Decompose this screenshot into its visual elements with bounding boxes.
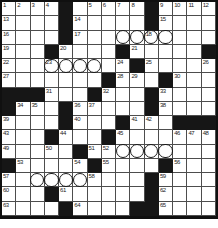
cell-r10c10[interactable] xyxy=(130,130,144,144)
cell-r14c13[interactable] xyxy=(173,187,187,201)
cell-r10c11[interactable] xyxy=(145,130,159,144)
cell-r15c2[interactable] xyxy=(16,202,30,216)
clue-number: 4 xyxy=(46,2,49,9)
black-cell-r15c11 xyxy=(145,202,159,216)
black-cell-r7c3 xyxy=(31,88,45,102)
cell-r10c5[interactable]: 44 xyxy=(59,130,73,144)
clue-number: 57 xyxy=(3,173,9,180)
clue-number: 26 xyxy=(203,59,209,66)
cell-r14c10[interactable] xyxy=(130,187,144,201)
clue-number: 12 xyxy=(203,2,209,9)
cell-r13c8[interactable] xyxy=(102,173,116,187)
cell-r3c8[interactable] xyxy=(102,31,116,45)
circle-marker xyxy=(59,59,73,73)
cell-r10c12[interactable] xyxy=(159,130,173,144)
circle-marker xyxy=(73,59,87,73)
black-cell-r4c15 xyxy=(202,45,216,59)
cell-r12c6[interactable]: 54 xyxy=(73,159,87,173)
cell-r3c13[interactable] xyxy=(173,31,187,45)
circle-marker xyxy=(116,30,130,44)
black-cell-r12c7 xyxy=(88,159,102,173)
clue-number: 9 xyxy=(160,2,163,9)
cell-r3c10[interactable] xyxy=(130,31,144,45)
cell-r11c4[interactable]: 50 xyxy=(45,145,59,159)
cell-r14c9[interactable] xyxy=(116,187,130,201)
black-cell-r12c12 xyxy=(159,159,173,173)
clue-number: 15 xyxy=(160,16,166,23)
cell-r10c3[interactable] xyxy=(31,130,45,144)
cell-r7c12[interactable]: 33 xyxy=(159,88,173,102)
clue-number: 39 xyxy=(3,116,9,123)
cell-r15c4[interactable] xyxy=(45,202,59,216)
black-cell-r7c11 xyxy=(145,88,159,102)
clue-number: 42 xyxy=(146,116,152,123)
cell-r10c7[interactable] xyxy=(88,130,102,144)
bottom-margin xyxy=(0,219,218,228)
clue-number: 36 xyxy=(74,102,80,109)
cell-r6c11[interactable] xyxy=(145,73,159,87)
circle-marker xyxy=(158,144,172,158)
cell-r4c6[interactable] xyxy=(73,45,87,59)
clue-number: 28 xyxy=(117,73,123,80)
cell-r5c15[interactable]: 26 xyxy=(202,59,216,73)
cell-r14c1[interactable]: 60 xyxy=(2,187,16,201)
clue-number: 14 xyxy=(74,16,80,23)
cell-r12c8[interactable]: 55 xyxy=(102,159,116,173)
cell-r8c4[interactable] xyxy=(45,102,59,116)
black-cell-r9c13 xyxy=(173,116,187,130)
cell-r8c12[interactable]: 38 xyxy=(159,102,173,116)
cell-r7c4[interactable]: 31 xyxy=(45,88,59,102)
clue-number: 10 xyxy=(174,2,180,9)
circle-marker xyxy=(30,173,44,187)
cell-r10c15[interactable]: 48 xyxy=(202,130,216,144)
cell-r11c1[interactable]: 49 xyxy=(2,145,16,159)
cell-r13c12[interactable]: 59 xyxy=(159,173,173,187)
cell-r6c3[interactable] xyxy=(31,73,45,87)
cell-r8c14[interactable] xyxy=(187,102,201,116)
cell-r12c14[interactable] xyxy=(187,159,201,173)
cell-r11c10[interactable] xyxy=(130,145,144,159)
cell-r5c11[interactable]: 25 xyxy=(145,59,159,73)
clue-number: 3 xyxy=(32,2,35,9)
cell-r1c2[interactable]: 2 xyxy=(16,2,30,16)
black-cell-r6c12 xyxy=(159,73,173,87)
clue-number: 20 xyxy=(60,45,66,52)
cell-r12c11[interactable] xyxy=(145,159,159,173)
cell-r15c14[interactable] xyxy=(187,202,201,216)
black-cell-r5c10 xyxy=(130,59,144,73)
clue-number: 2 xyxy=(17,2,20,9)
cell-r14c12[interactable]: 62 xyxy=(159,187,173,201)
cell-r2c10[interactable] xyxy=(130,16,144,30)
clue-number: 8 xyxy=(131,2,134,9)
black-cell-r7c2 xyxy=(16,88,30,102)
clue-number: 43 xyxy=(3,130,9,137)
cell-r3c3[interactable] xyxy=(31,31,45,45)
black-cell-r4c9 xyxy=(116,45,130,59)
cell-r4c5[interactable]: 20 xyxy=(59,45,73,59)
cell-r5c1[interactable]: 22 xyxy=(2,59,16,73)
black-cell-r3c5 xyxy=(59,31,73,45)
cell-r1c14[interactable]: 11 xyxy=(187,2,201,16)
cell-r12c9[interactable] xyxy=(116,159,130,173)
clue-number: 51 xyxy=(89,145,95,152)
cell-r4c2[interactable] xyxy=(16,45,30,59)
clue-number: 65 xyxy=(160,202,166,209)
cell-r1c13[interactable]: 10 xyxy=(173,2,187,16)
black-cell-r8c5 xyxy=(59,102,73,116)
cell-r11c7[interactable]: 51 xyxy=(88,145,102,159)
cell-r2c2[interactable] xyxy=(16,16,30,30)
black-cell-r7c1 xyxy=(2,88,16,102)
cell-r2c9[interactable] xyxy=(116,16,130,30)
cell-r4c13[interactable] xyxy=(173,45,187,59)
clue-number: 64 xyxy=(74,202,80,209)
cell-r6c14[interactable] xyxy=(187,73,201,87)
clue-number: 47 xyxy=(188,130,194,137)
cell-r5c2[interactable] xyxy=(16,59,30,73)
cell-r14c3[interactable] xyxy=(31,187,45,201)
clue-number: 41 xyxy=(131,116,137,123)
black-cell-r8c11 xyxy=(145,102,159,116)
clue-number: 19 xyxy=(3,45,9,52)
cell-r11c9[interactable] xyxy=(116,145,130,159)
black-cell-r9c9 xyxy=(116,116,130,130)
clue-number: 34 xyxy=(17,102,23,109)
clue-number: 61 xyxy=(60,187,66,194)
black-cell-r15c5 xyxy=(59,202,73,216)
cell-r15c13[interactable] xyxy=(173,202,187,216)
cell-r6c10[interactable]: 29 xyxy=(130,73,144,87)
circle-marker xyxy=(59,173,73,187)
circle-marker xyxy=(130,30,144,44)
cell-r9c1[interactable]: 39 xyxy=(2,116,16,130)
cell-r15c15[interactable] xyxy=(202,202,216,216)
cell-r9c7[interactable] xyxy=(88,116,102,130)
cell-r14c7[interactable] xyxy=(88,187,102,201)
cell-r1c15[interactable]: 12 xyxy=(202,2,216,16)
cell-r12c13[interactable]: 56 xyxy=(173,159,187,173)
cell-r15c1[interactable]: 63 xyxy=(2,202,16,216)
cell-r4c12[interactable] xyxy=(159,45,173,59)
clue-number: 17 xyxy=(74,31,80,38)
clue-number: 32 xyxy=(103,88,109,95)
cell-r5c3[interactable] xyxy=(31,59,45,73)
cell-r8c7[interactable]: 37 xyxy=(88,102,102,116)
cell-r7c6[interactable] xyxy=(73,88,87,102)
circle-marker xyxy=(158,30,172,44)
cell-r15c9[interactable] xyxy=(116,202,130,216)
cell-r5c4[interactable]: 23 xyxy=(45,59,59,73)
cell-r9c3[interactable] xyxy=(31,116,45,130)
cell-r3c2[interactable] xyxy=(16,31,30,45)
cell-r6c2[interactable] xyxy=(16,73,30,87)
cell-r1c6[interactable] xyxy=(73,2,87,16)
cell-r6c6[interactable] xyxy=(73,73,87,87)
cell-r11c8[interactable]: 52 xyxy=(102,145,116,159)
cell-r4c7[interactable] xyxy=(88,45,102,59)
cell-r3c11[interactable]: 18 xyxy=(145,31,159,45)
clue-number: 44 xyxy=(60,130,66,137)
cell-r11c12[interactable] xyxy=(159,145,173,159)
cell-r13c13[interactable] xyxy=(173,173,187,187)
cell-r5c5[interactable] xyxy=(59,59,73,73)
cell-r2c8[interactable] xyxy=(102,16,116,30)
cell-r9c12[interactable] xyxy=(159,116,173,130)
black-cell-r1c5 xyxy=(59,2,73,16)
cell-r11c11[interactable] xyxy=(145,145,159,159)
cell-r13c14[interactable] xyxy=(187,173,201,187)
cell-r10c13[interactable]: 46 xyxy=(173,130,187,144)
clue-number: 60 xyxy=(3,187,9,194)
cell-r7c15[interactable] xyxy=(202,88,216,102)
clue-number: 1 xyxy=(3,2,6,9)
cell-r9c10[interactable]: 41 xyxy=(130,116,144,130)
cell-r13c15[interactable] xyxy=(202,173,216,187)
cell-r7c8[interactable]: 32 xyxy=(102,88,116,102)
cell-r12c5[interactable] xyxy=(59,159,73,173)
cell-r5c14[interactable] xyxy=(187,59,201,73)
clue-number: 54 xyxy=(74,159,80,166)
black-cell-r9c5 xyxy=(59,116,73,130)
cell-r11c14[interactable] xyxy=(187,145,201,159)
clue-number: 40 xyxy=(74,116,80,123)
cell-r14c6[interactable] xyxy=(73,187,87,201)
cell-r10c14[interactable]: 47 xyxy=(187,130,201,144)
clue-number: 5 xyxy=(89,2,92,9)
cell-r3c4[interactable] xyxy=(45,31,59,45)
clue-number: 48 xyxy=(203,130,209,137)
cell-r12c10[interactable] xyxy=(130,159,144,173)
cell-r1c4[interactable]: 4 xyxy=(45,2,59,16)
cell-r4c11[interactable] xyxy=(145,45,159,59)
clue-number: 55 xyxy=(103,159,109,166)
black-cell-r9c15 xyxy=(202,116,216,130)
cell-r6c4[interactable] xyxy=(45,73,59,87)
cell-r3c14[interactable] xyxy=(187,31,201,45)
circle-marker xyxy=(73,173,87,187)
cell-r8c6[interactable]: 36 xyxy=(73,102,87,116)
black-cell-r8c1 xyxy=(2,102,16,116)
clue-number: 29 xyxy=(131,73,137,80)
cell-r6c13[interactable]: 30 xyxy=(173,73,187,87)
clue-number: 52 xyxy=(103,145,109,152)
black-cell-r14c11 xyxy=(145,187,159,201)
cell-r5c13[interactable] xyxy=(173,59,187,73)
cell-r2c12[interactable]: 15 xyxy=(159,16,173,30)
cell-r5c9[interactable]: 24 xyxy=(116,59,130,73)
cell-r4c1[interactable]: 19 xyxy=(2,45,16,59)
clue-number: 13 xyxy=(3,16,9,23)
cell-r14c2[interactable] xyxy=(16,187,30,201)
cell-r13c9[interactable] xyxy=(116,173,130,187)
cell-r6c1[interactable]: 27 xyxy=(2,73,16,87)
cell-r15c12[interactable]: 65 xyxy=(159,202,173,216)
cell-r5c6[interactable] xyxy=(73,59,87,73)
clue-number: 46 xyxy=(174,130,180,137)
cell-r10c6[interactable] xyxy=(73,130,87,144)
cell-r7c10[interactable] xyxy=(130,88,144,102)
cell-r2c6[interactable]: 14 xyxy=(73,16,87,30)
cell-r9c4[interactable] xyxy=(45,116,59,130)
cell-r14c14[interactable] xyxy=(187,187,201,201)
clue-number: 62 xyxy=(160,187,166,194)
cell-r4c8[interactable] xyxy=(102,45,116,59)
clue-number: 56 xyxy=(174,159,180,166)
cell-r10c2[interactable] xyxy=(16,130,30,144)
black-cell-r14c4 xyxy=(45,187,59,201)
cell-r4c10[interactable]: 21 xyxy=(130,45,144,59)
cell-r10c1[interactable]: 43 xyxy=(2,130,16,144)
cell-r8c8[interactable] xyxy=(102,102,116,116)
cell-r3c7[interactable] xyxy=(88,31,102,45)
cell-r15c8[interactable] xyxy=(102,202,116,216)
cell-r7c13[interactable] xyxy=(173,88,187,102)
cell-r13c3[interactable] xyxy=(31,173,45,187)
clue-number: 59 xyxy=(160,173,166,180)
cell-r12c15[interactable] xyxy=(202,159,216,173)
cell-r11c5[interactable] xyxy=(59,145,73,159)
clue-number: 24 xyxy=(117,59,123,66)
black-cell-r2c5 xyxy=(59,16,73,30)
clue-number: 21 xyxy=(131,45,137,52)
cell-r12c4[interactable] xyxy=(45,159,59,173)
clue-number: 27 xyxy=(3,73,9,80)
black-cell-r6c8 xyxy=(102,73,116,87)
circle-marker xyxy=(116,144,130,158)
cell-r12c3[interactable] xyxy=(31,159,45,173)
cell-r4c3[interactable] xyxy=(31,45,45,59)
black-cell-r9c14 xyxy=(187,116,201,130)
cell-r12c2[interactable]: 53 xyxy=(16,159,30,173)
cell-r13c6[interactable] xyxy=(73,173,87,187)
cell-r6c9[interactable]: 28 xyxy=(116,73,130,87)
cell-r11c3[interactable] xyxy=(31,145,45,159)
clue-number: 35 xyxy=(32,102,38,109)
black-cell-r10c8 xyxy=(102,130,116,144)
cell-r2c3[interactable] xyxy=(31,16,45,30)
cell-r8c9[interactable] xyxy=(116,102,130,116)
cell-r2c7[interactable] xyxy=(88,16,102,30)
cell-r5c7[interactable] xyxy=(88,59,102,73)
cell-r14c8[interactable] xyxy=(102,187,116,201)
cell-r13c4[interactable] xyxy=(45,173,59,187)
cell-r6c5[interactable] xyxy=(59,73,73,87)
cell-r13c1[interactable]: 57 xyxy=(2,173,16,187)
cell-r11c15[interactable] xyxy=(202,145,216,159)
circle-marker xyxy=(44,173,58,187)
cell-r2c14[interactable] xyxy=(187,16,201,30)
clue-number: 33 xyxy=(160,88,166,95)
clue-number: 49 xyxy=(3,145,9,152)
cell-r11c13[interactable] xyxy=(173,145,187,159)
cell-r1c3[interactable]: 3 xyxy=(31,2,45,16)
clue-number: 11 xyxy=(188,2,193,9)
cell-r9c2[interactable] xyxy=(16,116,30,130)
clue-number: 23 xyxy=(46,59,52,66)
cell-r15c3[interactable] xyxy=(31,202,45,216)
cell-r5c8[interactable] xyxy=(102,59,116,73)
cell-r15c6[interactable]: 64 xyxy=(73,202,87,216)
cell-r7c9[interactable] xyxy=(116,88,130,102)
cell-r8c2[interactable]: 34 xyxy=(16,102,30,116)
cell-r2c13[interactable] xyxy=(173,16,187,30)
cell-r1c10[interactable]: 8 xyxy=(130,2,144,16)
cell-r1c12[interactable]: 9 xyxy=(159,2,173,16)
clue-number: 53 xyxy=(17,159,23,166)
black-cell-r7c7 xyxy=(88,88,102,102)
cell-r3c12[interactable] xyxy=(159,31,173,45)
cell-r7c5[interactable] xyxy=(59,88,73,102)
black-cell-r10c4 xyxy=(45,130,59,144)
cell-r8c10[interactable] xyxy=(130,102,144,116)
cell-r3c6[interactable]: 17 xyxy=(73,31,87,45)
cell-r2c4[interactable] xyxy=(45,16,59,30)
clue-number: 45 xyxy=(117,130,123,137)
clue-number: 6 xyxy=(103,2,106,9)
cell-r11c2[interactable] xyxy=(16,145,30,159)
cell-r9c11[interactable]: 42 xyxy=(145,116,159,130)
clue-number: 30 xyxy=(174,73,180,80)
cell-r5c12[interactable] xyxy=(159,59,173,73)
clue-number: 16 xyxy=(3,31,9,38)
cell-r13c10[interactable] xyxy=(130,173,144,187)
cell-r13c7[interactable]: 58 xyxy=(88,173,102,187)
cell-r9c6[interactable]: 40 xyxy=(73,116,87,130)
cell-r14c15[interactable] xyxy=(202,187,216,201)
clue-number: 63 xyxy=(3,202,9,209)
cell-r13c5[interactable] xyxy=(59,173,73,187)
black-cell-r12c1 xyxy=(2,159,16,173)
cell-r1c9[interactable]: 7 xyxy=(116,2,130,16)
clue-number: 25 xyxy=(146,59,152,66)
clue-number: 50 xyxy=(46,145,52,152)
cell-r3c1[interactable]: 16 xyxy=(2,31,16,45)
cell-r2c1[interactable]: 13 xyxy=(2,16,16,30)
cell-r14c5[interactable]: 61 xyxy=(59,187,73,201)
cell-r6c7[interactable] xyxy=(88,73,102,87)
cell-r9c8[interactable] xyxy=(102,116,116,130)
cell-r8c13[interactable] xyxy=(173,102,187,116)
black-cell-r1c11 xyxy=(145,2,159,16)
cell-r3c9[interactable] xyxy=(116,31,130,45)
clue-number: 37 xyxy=(89,102,95,109)
circle-marker xyxy=(87,59,101,73)
black-cell-r13c11 xyxy=(145,173,159,187)
cell-r8c15[interactable] xyxy=(202,102,216,116)
cell-r1c7[interactable]: 5 xyxy=(88,2,102,16)
black-cell-r4c4 xyxy=(45,45,59,59)
cell-r6c15[interactable] xyxy=(202,73,216,87)
clue-number: 38 xyxy=(160,102,166,109)
cell-r8c3[interactable]: 35 xyxy=(31,102,45,116)
cell-r7c14[interactable] xyxy=(187,88,201,102)
cell-r3c15[interactable] xyxy=(202,31,216,45)
cell-r1c8[interactable]: 6 xyxy=(102,2,116,16)
cell-r15c7[interactable] xyxy=(88,202,102,216)
circle-marker xyxy=(144,144,158,158)
black-cell-r2c11 xyxy=(145,16,159,30)
cell-r4c14[interactable] xyxy=(187,45,201,59)
cell-r10c9[interactable]: 45 xyxy=(116,130,130,144)
cell-r13c2[interactable] xyxy=(16,173,30,187)
black-cell-r11c6 xyxy=(73,145,87,159)
clue-number: 18 xyxy=(146,31,152,38)
cell-r2c15[interactable] xyxy=(202,16,216,30)
cell-r1c1[interactable]: 1 xyxy=(2,2,16,16)
crossword-grid: 1234567891011121314151617181920212223242… xyxy=(0,0,218,219)
